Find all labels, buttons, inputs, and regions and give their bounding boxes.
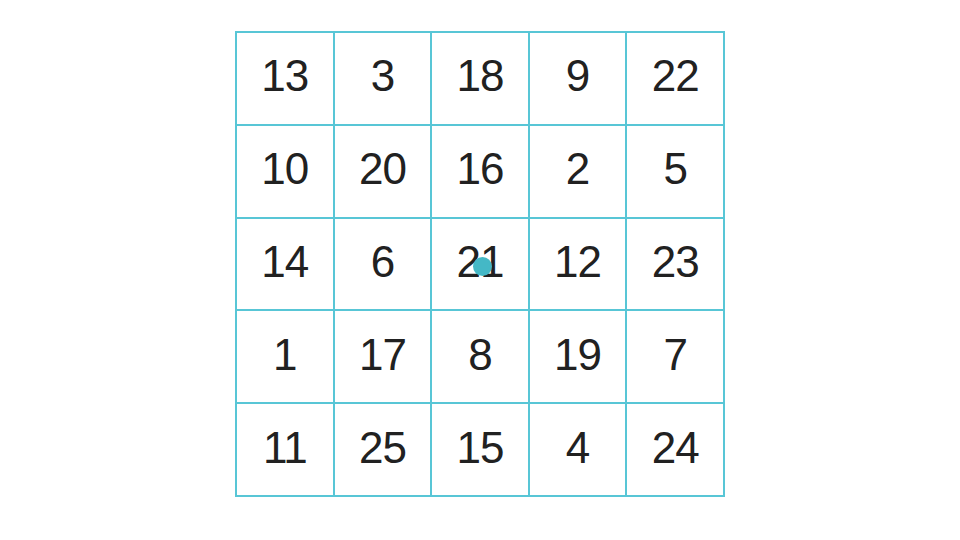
grid-cell-r5c4[interactable]: 4 xyxy=(529,403,627,496)
grid-cell-r2c4[interactable]: 2 xyxy=(529,125,627,218)
grid-cell-r4c2[interactable]: 17 xyxy=(334,310,432,403)
grid-cell-r1c3[interactable]: 18 xyxy=(431,32,529,125)
grid-cell-r2c2[interactable]: 20 xyxy=(334,125,432,218)
grid-cell-r1c5[interactable]: 22 xyxy=(626,32,724,125)
grid-cell-r3c5[interactable]: 23 xyxy=(626,218,724,311)
grid-cell-r5c1[interactable]: 11 xyxy=(236,403,334,496)
grid-cell-r2c5[interactable]: 5 xyxy=(626,125,724,218)
grid-cell-r4c3[interactable]: 8 xyxy=(431,310,529,403)
number-grid-board: 13 3 18 9 22 10 20 16 2 5 14 6 21 12 23 … xyxy=(235,31,725,497)
grid-cell-r3c2[interactable]: 6 xyxy=(334,218,432,311)
grid-cell-r1c2[interactable]: 3 xyxy=(334,32,432,125)
grid-cell-r1c4[interactable]: 9 xyxy=(529,32,627,125)
grid-cell-r4c4[interactable]: 19 xyxy=(529,310,627,403)
grid-cell-r5c3[interactable]: 15 xyxy=(431,403,529,496)
grid-cell-r3c3[interactable]: 21 xyxy=(431,218,529,311)
grid-cell-r3c1[interactable]: 14 xyxy=(236,218,334,311)
grid-cell-r4c5[interactable]: 7 xyxy=(626,310,724,403)
grid-cell-r2c3[interactable]: 16 xyxy=(431,125,529,218)
grid-cell-r1c1[interactable]: 13 xyxy=(236,32,334,125)
grid-cell-r3c4[interactable]: 12 xyxy=(529,218,627,311)
grid-cell-r4c1[interactable]: 1 xyxy=(236,310,334,403)
grid-cell-r2c1[interactable]: 10 xyxy=(236,125,334,218)
grid-cell-r5c5[interactable]: 24 xyxy=(626,403,724,496)
grid-cell-r5c2[interactable]: 25 xyxy=(334,403,432,496)
